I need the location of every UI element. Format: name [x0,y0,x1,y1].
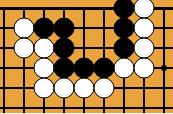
black-stone[interactable] [93,58,114,79]
white-stone[interactable] [13,38,34,59]
black-stone[interactable] [113,0,134,19]
black-stone[interactable] [53,58,74,79]
go-board [0,0,173,113]
black-stone[interactable] [33,18,54,39]
white-stone[interactable] [53,78,74,99]
grid-line-horizontal [0,107,173,109]
white-stone[interactable] [113,58,134,79]
black-stone[interactable] [73,58,94,79]
black-stone[interactable] [113,38,134,59]
black-stone[interactable] [53,18,74,39]
white-stone[interactable] [73,78,94,99]
black-stone[interactable] [113,18,134,39]
white-stone[interactable] [33,38,54,59]
white-stone[interactable] [133,18,154,39]
white-stone[interactable] [33,58,54,79]
white-stone[interactable] [133,0,154,19]
white-stone[interactable] [13,18,34,39]
white-stone[interactable] [133,38,154,59]
white-stone[interactable] [93,78,114,99]
grid-line-vertical [163,7,165,114]
white-stone[interactable] [133,58,154,79]
white-stone[interactable] [33,78,54,99]
black-stone[interactable] [53,38,74,59]
star-point [161,66,166,71]
grid-line-vertical [3,7,5,114]
